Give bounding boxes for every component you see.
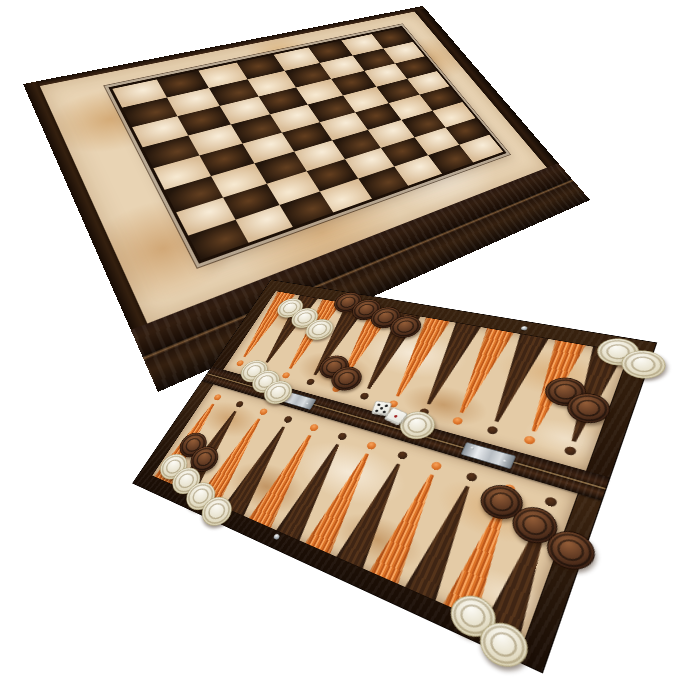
die-pip <box>380 407 384 410</box>
point-tip-dot <box>359 392 370 400</box>
point-tip-dot <box>543 496 557 508</box>
point-tip-dot <box>397 451 409 461</box>
clasp-screw-icon <box>273 533 280 540</box>
die-pip <box>375 409 379 412</box>
point-tip-dot <box>306 378 316 386</box>
point-tip-dot <box>366 441 378 450</box>
point-tip-dot <box>309 423 320 432</box>
point-tip-dot <box>258 408 268 416</box>
point-tip-dot <box>213 394 222 401</box>
die-pip <box>382 410 386 413</box>
point-tip-dot <box>235 400 245 408</box>
die-pip <box>377 403 381 406</box>
die-pip <box>384 405 388 408</box>
point-tip-dot <box>430 461 443 471</box>
point-tip-dot <box>523 435 536 445</box>
clasp-screw-icon <box>520 326 528 331</box>
point-tip-dot <box>563 445 577 456</box>
point-tip-dot <box>451 416 463 425</box>
die-pip <box>393 415 397 418</box>
product-photo-scene <box>0 0 700 700</box>
point-tip-dot <box>465 472 478 483</box>
point-tip-dot <box>281 372 291 379</box>
point-tip-dot <box>337 432 348 441</box>
point-tip-dot <box>283 415 293 423</box>
point-tip-dot <box>486 425 499 435</box>
